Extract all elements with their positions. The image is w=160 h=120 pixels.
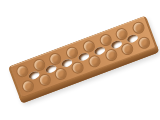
stud (15, 64, 30, 79)
stud (131, 20, 146, 35)
lego-technic-plate (8, 16, 159, 104)
stud (137, 35, 152, 50)
photo-canvas (0, 0, 160, 120)
stud (20, 79, 35, 94)
